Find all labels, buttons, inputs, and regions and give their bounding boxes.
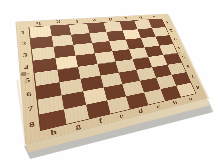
hinge-clasp bbox=[21, 72, 26, 77]
photo-scene: hgfedcba hgfedcba 12345678 12345678 bbox=[0, 0, 215, 164]
